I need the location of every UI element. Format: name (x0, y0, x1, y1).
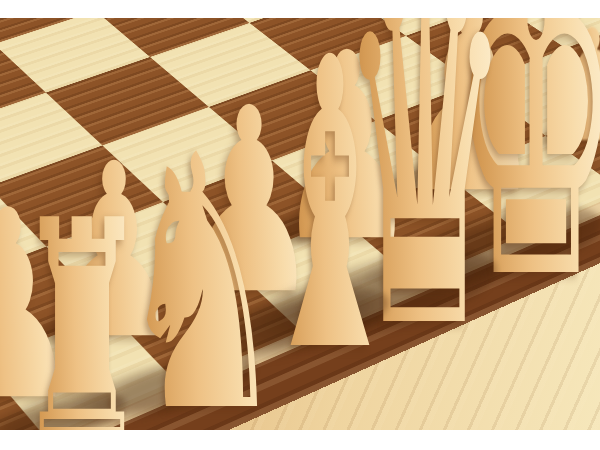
photo-content: ♟♟♟♟♟♟♜♞♝♛♚ (0, 18, 600, 430)
chess-piece-rook-a1: ♜ (15, 182, 149, 430)
bottom-white-bar (0, 430, 600, 450)
pieces-layer: ♟♟♟♟♟♟♜♞♝♛♚ (0, 18, 600, 430)
top-white-bar (0, 0, 600, 18)
product-photo: ♟♟♟♟♟♟♜♞♝♛♚ (0, 0, 600, 450)
